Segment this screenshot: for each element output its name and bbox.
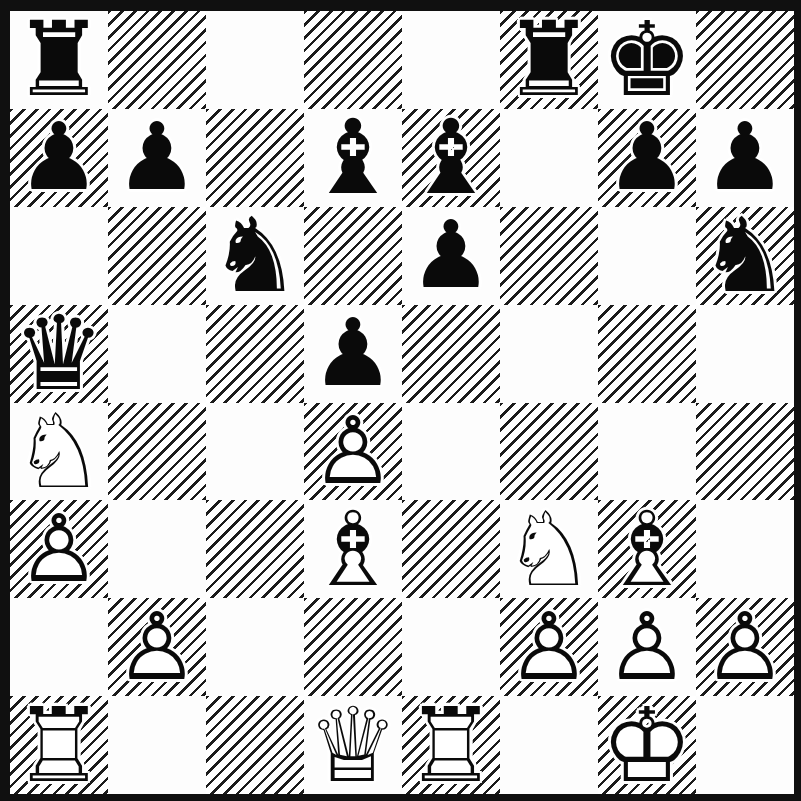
black-rook-a8[interactable]: ♜♜ [10, 11, 108, 109]
square-b2[interactable]: ♟♙ [108, 598, 206, 696]
square-f2[interactable]: ♟♙ [500, 598, 598, 696]
square-g2[interactable]: ♟♙ [598, 598, 696, 696]
piece-glyph: ♖ [10, 696, 108, 794]
piece-glyph: ♝ [304, 109, 402, 207]
piece-glyph: ♙ [108, 598, 206, 696]
square-h7[interactable]: ♟♟ [696, 109, 794, 207]
square-g7[interactable]: ♟♟ [598, 109, 696, 207]
square-e4[interactable] [402, 403, 500, 501]
white-pawn-d4[interactable]: ♟♙ [304, 403, 402, 501]
piece-glyph: ♟ [108, 109, 206, 207]
square-e8[interactable] [402, 11, 500, 109]
square-a5[interactable]: ♛♛ [10, 305, 108, 403]
piece-glyph: ♟ [598, 109, 696, 207]
white-pawn-f2[interactable]: ♟♙ [500, 598, 598, 696]
white-rook-e1[interactable]: ♜♖ [402, 696, 500, 794]
piece-glyph: ♙ [304, 403, 402, 501]
square-h2[interactable]: ♟♙ [696, 598, 794, 696]
square-g3[interactable]: ♝♗ [598, 500, 696, 598]
piece-glyph: ♕ [304, 696, 402, 794]
piece-glyph: ♟ [402, 207, 500, 305]
piece-glyph: ♟ [696, 109, 794, 207]
black-pawn-e6[interactable]: ♟♟ [402, 207, 500, 305]
square-f5[interactable] [500, 305, 598, 403]
white-knight-f3[interactable]: ♞♘ [500, 500, 598, 598]
square-a2[interactable] [10, 598, 108, 696]
square-g5[interactable] [598, 305, 696, 403]
black-bishop-e7[interactable]: ♝♝ [402, 109, 500, 207]
piece-glyph: ♖ [402, 696, 500, 794]
square-b3[interactable] [108, 500, 206, 598]
square-b7[interactable]: ♟♟ [108, 109, 206, 207]
square-c6[interactable]: ♞♞ [206, 207, 304, 305]
piece-glyph: ♟ [304, 305, 402, 403]
square-c7[interactable] [206, 109, 304, 207]
piece-glyph: ♞ [206, 207, 304, 305]
square-a3[interactable]: ♟♙ [10, 500, 108, 598]
piece-glyph: ♟ [10, 109, 108, 207]
square-h5[interactable] [696, 305, 794, 403]
square-d4[interactable]: ♟♙ [304, 403, 402, 501]
square-d8[interactable] [304, 11, 402, 109]
piece-glyph: ♗ [304, 500, 402, 598]
square-a6[interactable] [10, 207, 108, 305]
piece-glyph: ♘ [500, 500, 598, 598]
square-b1[interactable] [108, 696, 206, 794]
square-d6[interactable] [304, 207, 402, 305]
square-c1[interactable] [206, 696, 304, 794]
white-rook-a1[interactable]: ♜♖ [10, 696, 108, 794]
white-pawn-g2[interactable]: ♟♙ [598, 598, 696, 696]
square-b6[interactable] [108, 207, 206, 305]
square-h6[interactable]: ♞♞ [696, 207, 794, 305]
piece-glyph: ♜ [500, 11, 598, 109]
white-bishop-g3[interactable]: ♝♗ [598, 500, 696, 598]
square-g8[interactable]: ♚♚ [598, 11, 696, 109]
square-e1[interactable]: ♜♖ [402, 696, 500, 794]
piece-glyph: ♚ [598, 11, 696, 109]
square-d3[interactable]: ♝♗ [304, 500, 402, 598]
square-b4[interactable] [108, 403, 206, 501]
square-f4[interactable] [500, 403, 598, 501]
square-e6[interactable]: ♟♟ [402, 207, 500, 305]
board-frame: ♜♜♜♜♚♚♟♟♟♟♝♝♝♝♟♟♟♟♞♞♟♟♞♞♛♛♟♟♞♘♟♙♟♙♝♗♞♘♝♗… [0, 0, 801, 801]
square-f8[interactable]: ♜♜ [500, 11, 598, 109]
piece-glyph: ♙ [10, 500, 108, 598]
piece-glyph: ♜ [10, 11, 108, 109]
square-d2[interactable] [304, 598, 402, 696]
piece-glyph: ♞ [696, 207, 794, 305]
square-h4[interactable] [696, 403, 794, 501]
black-pawn-b7[interactable]: ♟♟ [108, 109, 206, 207]
square-b5[interactable] [108, 305, 206, 403]
black-pawn-h7[interactable]: ♟♟ [696, 109, 794, 207]
piece-glyph: ♙ [598, 598, 696, 696]
square-c3[interactable] [206, 500, 304, 598]
square-e2[interactable] [402, 598, 500, 696]
square-h8[interactable] [696, 11, 794, 109]
square-g1[interactable]: ♚♔ [598, 696, 696, 794]
white-queen-d1[interactable]: ♛♕ [304, 696, 402, 794]
square-a8[interactable]: ♜♜ [10, 11, 108, 109]
square-a7[interactable]: ♟♟ [10, 109, 108, 207]
black-king-g8[interactable]: ♚♚ [598, 11, 696, 109]
piece-glyph: ♔ [598, 696, 696, 794]
square-h1[interactable] [696, 696, 794, 794]
black-rook-f8[interactable]: ♜♜ [500, 11, 598, 109]
piece-glyph: ♗ [598, 500, 696, 598]
square-a1[interactable]: ♜♖ [10, 696, 108, 794]
square-b8[interactable] [108, 11, 206, 109]
square-e5[interactable] [402, 305, 500, 403]
square-d7[interactable]: ♝♝ [304, 109, 402, 207]
square-e3[interactable] [402, 500, 500, 598]
black-pawn-a7[interactable]: ♟♟ [10, 109, 108, 207]
white-pawn-a3[interactable]: ♟♙ [10, 500, 108, 598]
square-a4[interactable]: ♞♘ [10, 403, 108, 501]
square-g6[interactable] [598, 207, 696, 305]
square-c2[interactable] [206, 598, 304, 696]
square-c8[interactable] [206, 11, 304, 109]
black-pawn-g7[interactable]: ♟♟ [598, 109, 696, 207]
black-knight-h6[interactable]: ♞♞ [696, 207, 794, 305]
black-queen-a5[interactable]: ♛♛ [10, 305, 108, 403]
white-knight-a4[interactable]: ♞♘ [10, 403, 108, 501]
white-bishop-d3[interactable]: ♝♗ [304, 500, 402, 598]
piece-glyph: ♙ [696, 598, 794, 696]
piece-glyph: ♛ [10, 305, 108, 403]
square-d1[interactable]: ♛♕ [304, 696, 402, 794]
square-f3[interactable]: ♞♘ [500, 500, 598, 598]
black-bishop-d7[interactable]: ♝♝ [304, 109, 402, 207]
white-pawn-b2[interactable]: ♟♙ [108, 598, 206, 696]
square-f7[interactable] [500, 109, 598, 207]
white-pawn-h2[interactable]: ♟♙ [696, 598, 794, 696]
square-f1[interactable] [500, 696, 598, 794]
square-h3[interactable] [696, 500, 794, 598]
chess-board: ♜♜♜♜♚♚♟♟♟♟♝♝♝♝♟♟♟♟♞♞♟♟♞♞♛♛♟♟♞♘♟♙♟♙♝♗♞♘♝♗… [10, 11, 794, 794]
piece-glyph: ♙ [500, 598, 598, 696]
white-king-g1[interactable]: ♚♔ [598, 696, 696, 794]
black-pawn-d5[interactable]: ♟♟ [304, 305, 402, 403]
square-g4[interactable] [598, 403, 696, 501]
square-f6[interactable] [500, 207, 598, 305]
black-knight-c6[interactable]: ♞♞ [206, 207, 304, 305]
square-c4[interactable] [206, 403, 304, 501]
piece-glyph: ♝ [402, 109, 500, 207]
piece-glyph: ♘ [10, 403, 108, 501]
square-d5[interactable]: ♟♟ [304, 305, 402, 403]
square-e7[interactable]: ♝♝ [402, 109, 500, 207]
square-c5[interactable] [206, 305, 304, 403]
